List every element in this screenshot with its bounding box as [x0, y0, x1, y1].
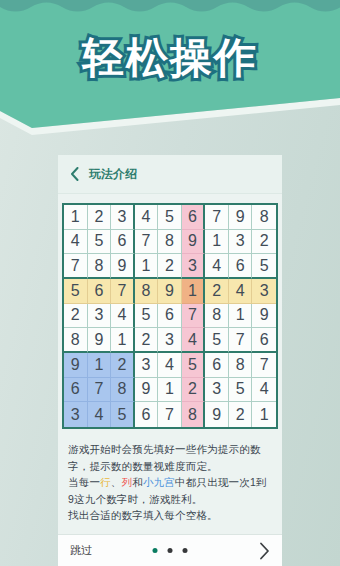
cell-r5c2: 3	[88, 304, 112, 329]
cell-r1c9: 8	[252, 205, 276, 230]
cell-r2c2: 5	[88, 230, 112, 255]
cell-r5c6: 7	[182, 304, 206, 329]
page-title: 轻松操作	[0, 30, 340, 86]
cell-r1c4: 4	[135, 205, 159, 230]
cell-r5c8: 1	[229, 304, 253, 329]
cell-r6c6: 4	[182, 328, 206, 353]
cell-r4c9: 3	[252, 279, 276, 304]
footer-bar: 跳过	[58, 534, 282, 566]
cell-r2c9: 2	[252, 230, 276, 255]
cell-r4c2: 6	[88, 279, 112, 304]
cell-r5c5: 6	[158, 304, 182, 329]
text-segment: 、	[111, 476, 122, 488]
cell-r2c4: 7	[135, 230, 159, 255]
instructions: 游戏开始时会预先填好一些作为提示的数字，提示数的数量视难度而定。当每一行、列和小…	[68, 441, 272, 524]
chevron-left-icon	[70, 167, 79, 181]
cell-r3c7: 4	[205, 254, 229, 279]
cell-r3c5: 2	[158, 254, 182, 279]
cell-r7c1: 9	[64, 353, 88, 378]
cell-r5c9: 9	[252, 304, 276, 329]
cell-r3c3: 9	[111, 254, 135, 279]
cell-r2c3: 6	[111, 230, 135, 255]
instruction-paragraph: 找出合适的数字填入每个空格。	[68, 507, 272, 524]
cell-r2c5: 8	[158, 230, 182, 255]
cell-r6c1: 8	[64, 328, 88, 353]
sudoku-grid: 1234567984567891327891234655678912432345…	[62, 203, 278, 429]
cell-r2c1: 4	[64, 230, 88, 255]
cell-r3c1: 7	[64, 254, 88, 279]
cell-r4c4: 8	[135, 279, 159, 304]
cell-r1c7: 7	[205, 205, 229, 230]
skip-button[interactable]: 跳过	[70, 543, 92, 558]
cell-r2c6: 9	[182, 230, 206, 255]
cell-r4c1: 5	[64, 279, 88, 304]
cell-r7c5: 4	[158, 353, 182, 378]
text-segment: 当每一	[68, 476, 100, 488]
instruction-paragraph: 当每一行、列和小九宫中都只出现一次1到9这九个数字时，游戏胜利。	[68, 474, 272, 507]
back-button[interactable]	[70, 167, 79, 181]
cell-r9c6: 8	[182, 402, 206, 427]
cell-r4c6: 1	[182, 279, 206, 304]
cell-r9c5: 7	[158, 402, 182, 427]
cell-r1c8: 9	[229, 205, 253, 230]
cell-r1c3: 3	[111, 205, 135, 230]
cell-r9c9: 1	[252, 402, 276, 427]
cell-r5c7: 8	[205, 304, 229, 329]
cell-r3c8: 6	[229, 254, 253, 279]
cell-r3c2: 8	[88, 254, 112, 279]
page-dot-3[interactable]	[183, 548, 188, 553]
cell-r3c6: 3	[182, 254, 206, 279]
keyword: 行	[100, 476, 111, 488]
cell-r8c5: 1	[158, 378, 182, 403]
cell-r7c9: 7	[252, 353, 276, 378]
keyword: 列	[122, 476, 133, 488]
cell-r5c1: 2	[64, 304, 88, 329]
page-dot-1-active[interactable]	[153, 548, 158, 553]
cell-r4c3: 7	[111, 279, 135, 304]
cell-r4c7: 2	[205, 279, 229, 304]
keyword: 小九宫	[143, 476, 175, 488]
text-segment: 和	[132, 476, 143, 488]
cell-r1c2: 2	[88, 205, 112, 230]
instruction-paragraph: 游戏开始时会预先填好一些作为提示的数字，提示数的数量视难度而定。	[68, 441, 272, 474]
cell-r8c2: 7	[88, 378, 112, 403]
cell-r6c4: 2	[135, 328, 159, 353]
cell-r8c4: 9	[135, 378, 159, 403]
next-button[interactable]	[259, 542, 270, 560]
chevron-right-icon	[259, 542, 270, 560]
cell-r3c9: 5	[252, 254, 276, 279]
card-header: 玩法介绍	[58, 155, 282, 194]
cell-r8c7: 3	[205, 378, 229, 403]
cell-r9c8: 2	[229, 402, 253, 427]
cell-r9c1: 3	[64, 402, 88, 427]
cell-r7c4: 3	[135, 353, 159, 378]
cell-r7c8: 8	[229, 353, 253, 378]
cell-r1c5: 5	[158, 205, 182, 230]
cell-r1c1: 1	[64, 205, 88, 230]
cell-r7c7: 6	[205, 353, 229, 378]
cell-r2c8: 3	[229, 230, 253, 255]
cell-r5c4: 5	[135, 304, 159, 329]
text-segment: 游戏开始时会预先填好一些作为提示的数字，提示数的数量视难度而定。	[68, 443, 261, 472]
cell-r3c4: 1	[135, 254, 159, 279]
text-segment: 找出合适的数字填入每个空格。	[68, 509, 218, 521]
cell-r6c5: 3	[158, 328, 182, 353]
cell-r8c9: 4	[252, 378, 276, 403]
cell-r6c2: 9	[88, 328, 112, 353]
cell-r9c3: 5	[111, 402, 135, 427]
cell-r7c3: 2	[111, 353, 135, 378]
cell-r6c7: 5	[205, 328, 229, 353]
cell-r6c8: 7	[229, 328, 253, 353]
cell-r1c6: 6	[182, 205, 206, 230]
cell-r7c6: 5	[182, 353, 206, 378]
cell-r5c3: 4	[111, 304, 135, 329]
cell-r4c8: 4	[229, 279, 253, 304]
cell-r6c9: 6	[252, 328, 276, 353]
cell-r6c3: 1	[111, 328, 135, 353]
app-screen: 轻松操作 玩法介绍 123456798456789132789123465567…	[0, 0, 340, 566]
cell-r8c3: 8	[111, 378, 135, 403]
cell-r9c2: 4	[88, 402, 112, 427]
page-dot-2[interactable]	[168, 548, 173, 553]
page-dots	[153, 548, 188, 553]
cell-r9c7: 9	[205, 402, 229, 427]
card-title: 玩法介绍	[89, 166, 137, 183]
hero-banner: 轻松操作	[0, 0, 340, 140]
cell-r8c1: 6	[64, 378, 88, 403]
cell-r8c6: 2	[182, 378, 206, 403]
cell-r4c5: 9	[158, 279, 182, 304]
wave-pattern-icon	[0, 0, 340, 16]
tutorial-card: 玩法介绍 12345679845678913278912346556789124…	[58, 155, 282, 566]
cell-r2c7: 1	[205, 230, 229, 255]
cell-r8c8: 5	[229, 378, 253, 403]
cell-r7c2: 1	[88, 353, 112, 378]
cell-r9c4: 6	[135, 402, 159, 427]
